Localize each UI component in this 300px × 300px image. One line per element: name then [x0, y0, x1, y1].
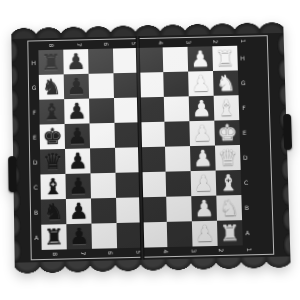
piece-wP-h2[interactable]: ♟ — [190, 46, 210, 71]
square-c4[interactable] — [141, 172, 167, 198]
square-f7[interactable]: ♟ — [64, 99, 89, 124]
piece-wQ-d1[interactable]: ♛ — [218, 145, 238, 170]
file-label-left-g: G — [29, 75, 39, 100]
square-a2[interactable]: ♟ — [192, 221, 218, 247]
square-g5[interactable] — [113, 73, 138, 98]
square-c5[interactable] — [116, 172, 142, 198]
square-f2[interactable]: ♟ — [189, 96, 215, 121]
piece-bQ-d8[interactable]: ♛ — [43, 149, 63, 174]
square-h6[interactable] — [88, 49, 113, 74]
square-b8[interactable]: ♞ — [41, 199, 67, 225]
square-c6[interactable] — [90, 173, 116, 199]
piece-bP-g7[interactable]: ♟ — [66, 74, 86, 99]
square-a8[interactable]: ♜ — [41, 224, 67, 250]
piece-wN-g1[interactable]: ♞ — [216, 70, 236, 95]
square-e8[interactable]: ♚ — [40, 124, 65, 149]
square-b1[interactable]: ♞ — [216, 195, 242, 221]
square-d6[interactable] — [90, 148, 116, 174]
piece-bP-b7[interactable]: ♟ — [69, 198, 89, 224]
piece-bP-e7[interactable]: ♟ — [67, 123, 87, 148]
square-e3[interactable] — [164, 121, 190, 146]
square-g1[interactable]: ♞ — [213, 70, 239, 95]
square-e7[interactable]: ♟ — [65, 123, 90, 148]
square-e1[interactable]: ♚ — [214, 120, 240, 145]
square-e5[interactable] — [114, 122, 140, 147]
case-latch-left — [8, 156, 17, 192]
square-b2[interactable]: ♟ — [191, 196, 217, 222]
square-a3[interactable] — [167, 221, 193, 247]
square-h2[interactable]: ♟ — [188, 46, 214, 71]
piece-bR-h8[interactable]: ♜ — [41, 50, 61, 75]
piece-wN-b1[interactable]: ♞ — [219, 195, 239, 221]
square-f8[interactable]: ♝ — [39, 99, 64, 124]
piece-wP-d2[interactable]: ♟ — [193, 146, 213, 171]
piece-bK-e8[interactable]: ♚ — [42, 124, 62, 149]
piece-wP-a2[interactable]: ♟ — [195, 221, 215, 247]
square-g6[interactable] — [89, 73, 114, 98]
square-b4[interactable] — [141, 197, 167, 223]
file-label-right-f: F — [239, 95, 250, 120]
square-g2[interactable]: ♟ — [188, 71, 214, 96]
square-h5[interactable] — [113, 48, 138, 73]
piece-bB-c8[interactable]: ♝ — [43, 174, 63, 200]
square-d5[interactable] — [115, 147, 141, 173]
rank-label-bottom-1: 1 — [244, 236, 254, 264]
piece-wR-a1[interactable]: ♜ — [220, 220, 241, 246]
square-b3[interactable] — [166, 196, 192, 222]
square-a7[interactable]: ♟ — [66, 224, 92, 250]
square-b7[interactable]: ♟ — [66, 198, 92, 224]
piece-bN-b8[interactable]: ♞ — [43, 199, 63, 225]
board-surface: 87654321 HGFEDCBA ♜♟♟♜♞♟♟♞♝♟♟♝♚♟♟♚♛♟♟♛♝♟… — [26, 33, 275, 262]
piece-wP-e2[interactable]: ♟ — [192, 121, 212, 146]
square-b6[interactable] — [91, 198, 117, 224]
square-c7[interactable]: ♟ — [65, 173, 91, 199]
square-d1[interactable]: ♛ — [215, 145, 241, 171]
piece-bP-c7[interactable]: ♟ — [68, 173, 88, 199]
square-a1[interactable]: ♜ — [217, 220, 243, 246]
square-f3[interactable] — [164, 96, 190, 121]
case-body: 87654321 HGFEDCBA ♜♟♟♜♞♟♟♞♝♟♟♝♚♟♟♚♛♟♟♛♝♟… — [11, 33, 290, 263]
file-label-left-h: H — [28, 50, 38, 75]
square-h8[interactable]: ♜ — [38, 50, 63, 75]
file-label-left-d: D — [30, 149, 40, 174]
square-d8[interactable]: ♛ — [40, 149, 65, 175]
board-border-line: 87654321 HGFEDCBA ♜♟♟♜♞♟♟♞♝♟♟♝♚♟♟♚♛♟♟♛♝♟… — [27, 35, 274, 260]
square-d7[interactable]: ♟ — [65, 148, 90, 174]
square-d4[interactable] — [140, 147, 166, 173]
case-latch-right — [283, 114, 292, 150]
piece-bP-f7[interactable]: ♟ — [67, 99, 87, 124]
square-e6[interactable] — [90, 123, 115, 148]
square-h1[interactable]: ♜ — [212, 46, 238, 71]
piece-wB-c1[interactable]: ♝ — [218, 170, 238, 196]
square-g4[interactable] — [138, 72, 163, 97]
file-label-right-b: B — [241, 195, 252, 220]
rank-label-bottom-6: 6 — [106, 239, 116, 267]
square-f4[interactable] — [139, 97, 165, 122]
square-c1[interactable]: ♝ — [216, 170, 242, 196]
piece-bB-f8[interactable]: ♝ — [42, 99, 62, 124]
square-f1[interactable]: ♝ — [214, 95, 240, 120]
piece-wP-f2[interactable]: ♟ — [191, 96, 211, 121]
piece-wR-h1[interactable]: ♜ — [215, 46, 235, 71]
file-label-right-g: G — [238, 70, 249, 95]
board-grid: ♜♟♟♜♞♟♟♞♝♟♟♝♚♟♟♚♛♟♟♛♝♟♟♝♞♟♟♞♜♟♟♜ — [38, 46, 242, 250]
file-label-left-b: B — [31, 200, 41, 225]
piece-wP-c2[interactable]: ♟ — [193, 171, 213, 197]
file-label-right-e: E — [239, 120, 250, 145]
rank-label-bottom-4: 4 — [161, 238, 171, 266]
file-label-left-f: F — [29, 100, 39, 125]
square-h7[interactable]: ♟ — [63, 49, 88, 74]
piece-wP-g2[interactable]: ♟ — [191, 71, 211, 96]
square-d3[interactable] — [165, 146, 191, 172]
piece-wB-f1[interactable]: ♝ — [216, 95, 236, 120]
piece-bP-d7[interactable]: ♟ — [68, 148, 88, 173]
chess-board: 87654321 HGFEDCBA ♜♟♟♜♞♟♟♞♝♟♟♝♚♟♟♚♛♟♟♛♝♟… — [11, 22, 291, 274]
square-d2[interactable]: ♟ — [190, 146, 216, 172]
file-label-right-d: D — [240, 145, 251, 170]
square-g8[interactable]: ♞ — [39, 74, 64, 99]
square-f5[interactable] — [114, 97, 139, 122]
square-g7[interactable]: ♟ — [64, 74, 89, 99]
piece-bN-g8[interactable]: ♞ — [41, 74, 61, 99]
piece-bP-h7[interactable]: ♟ — [66, 49, 86, 74]
product-photo: 87654321 HGFEDCBA ♜♟♟♜♞♟♟♞♝♟♟♝♚♟♟♚♛♟♟♛♝♟… — [0, 0, 300, 300]
rank-label-top-1: 1 — [238, 27, 248, 54]
piece-bP-a7[interactable]: ♟ — [69, 224, 89, 250]
file-label-left-c: C — [30, 174, 40, 199]
square-c8[interactable]: ♝ — [40, 174, 65, 200]
square-g3[interactable] — [163, 72, 189, 97]
piece-bR-a8[interactable]: ♜ — [44, 224, 64, 250]
piece-wP-b2[interactable]: ♟ — [194, 196, 214, 222]
piece-wK-e1[interactable]: ♚ — [217, 120, 237, 145]
square-h4[interactable] — [138, 47, 163, 72]
square-c2[interactable]: ♟ — [191, 171, 217, 197]
square-f6[interactable] — [89, 98, 114, 123]
square-c3[interactable] — [166, 171, 192, 197]
file-label-left-e: E — [30, 125, 40, 150]
square-b5[interactable] — [116, 197, 142, 223]
file-label-right-c: C — [241, 170, 252, 195]
square-e4[interactable] — [139, 122, 165, 147]
file-label-left-a: A — [31, 225, 41, 250]
square-h3[interactable] — [163, 47, 188, 72]
square-e2[interactable]: ♟ — [189, 121, 215, 146]
